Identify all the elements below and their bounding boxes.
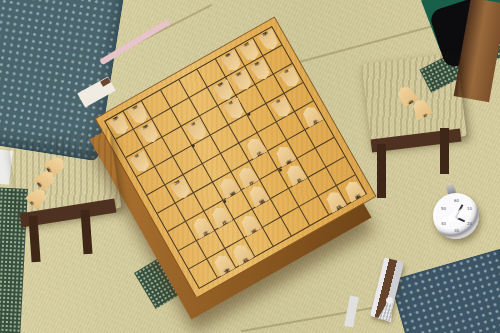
komadai-right-leg <box>440 128 449 174</box>
scene: 香車桂馬香車桂馬玉将飛車銀将金将金将歩兵歩兵歩兵歩兵歩兵角行歩兵歩兵銀将歩兵飛車… <box>0 0 500 333</box>
komadai-right-leg <box>377 144 386 198</box>
stopwatch-numeral: 60 <box>454 199 459 203</box>
stopwatch-numeral: 50 <box>441 207 446 211</box>
stopwatch-numeral: 10 <box>467 207 472 211</box>
stopwatch-numeral: 40 <box>441 222 446 226</box>
hoshi-dot <box>191 143 195 147</box>
stopwatch-numeral: 30 <box>454 229 459 233</box>
stopwatch-numeral: 20 <box>467 222 472 226</box>
